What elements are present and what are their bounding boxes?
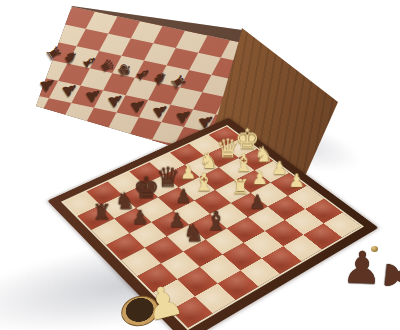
product-photo: ♜♞♝♛♚♝♞♜ ♟♟♟♟♟♟♟♟ ♜♞♚♛♟♞♛♚♟♟♝♝♞♟♜♟♟♞♝♟♟ … bbox=[0, 0, 400, 330]
piece-light-knight[interactable]: ♞ bbox=[253, 143, 272, 165]
piece-light-bishop[interactable]: ♝ bbox=[193, 170, 215, 194]
piece-light-pawn[interactable]: ♟ bbox=[271, 159, 287, 177]
piece-dark-pawn[interactable]: ♟ bbox=[248, 192, 265, 211]
piece-light-pawn[interactable]: ♟ bbox=[288, 172, 305, 190]
piece-dark-king[interactable]: ♚ bbox=[133, 173, 159, 203]
piece-dark-rook[interactable]: ♜ bbox=[93, 203, 112, 224]
piece-dark-knight[interactable]: ♞ bbox=[183, 221, 204, 245]
piece-dark-pawn[interactable]: ♟ bbox=[175, 186, 192, 205]
piece-dark-bishop[interactable]: ♝ bbox=[204, 208, 227, 234]
square-g2[interactable] bbox=[285, 209, 323, 234]
open-board-scene: ♜♞♚♛♟♞♛♚♟♟♝♝♞♟♜♟♟♞♝♟♟ bbox=[0, 0, 400, 330]
piece-dark-pawn[interactable]: ♟ bbox=[131, 208, 148, 227]
open-board-grid: ♜♞♚♛♟♞♛♚♟♟♝♝♞♟♜♟♟♞♝♟♟ bbox=[61, 125, 364, 330]
piece-light-rook[interactable]: ♜ bbox=[231, 177, 249, 198]
offboard-dark-pawn[interactable]: ♟ bbox=[378, 258, 400, 294]
piece-light-pawn[interactable]: ♟ bbox=[252, 169, 268, 187]
clasp-knob[interactable] bbox=[371, 246, 378, 252]
open-board: ♜♞♚♛♟♞♛♚♟♟♝♝♞♟♜♟♟♞♝♟♟ bbox=[47, 118, 378, 330]
